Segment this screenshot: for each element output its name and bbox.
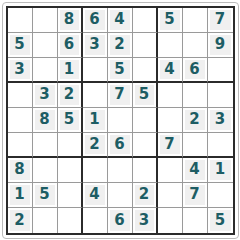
cell-r8c3[interactable] <box>58 183 83 208</box>
cell-r7c1[interactable]: 8 <box>8 158 33 183</box>
cell-r3c4[interactable] <box>83 58 108 83</box>
cell-r5c5[interactable] <box>108 108 133 133</box>
cell-r2c8[interactable] <box>183 33 208 58</box>
cell-r1c9[interactable]: 7 <box>208 8 233 33</box>
cell-r1c7[interactable]: 5 <box>158 8 183 33</box>
cell-r9c5[interactable]: 6 <box>108 208 133 233</box>
cell-r6c5[interactable]: 6 <box>108 133 133 158</box>
cell-r2c1[interactable]: 5 <box>8 33 33 58</box>
cell-r8c8[interactable]: 7 <box>183 183 208 208</box>
cell-r7c5[interactable] <box>108 158 133 183</box>
cell-r8c2[interactable]: 5 <box>33 183 58 208</box>
cell-r9c2[interactable] <box>33 208 58 233</box>
cell-r5c2[interactable]: 8 <box>33 108 58 133</box>
cell-r6c9[interactable] <box>208 133 233 158</box>
cell-r3c5[interactable]: 5 <box>108 58 133 83</box>
cell-r6c2[interactable] <box>33 133 58 158</box>
cell-r1c2[interactable] <box>33 8 58 33</box>
cell-r6c8[interactable] <box>183 133 208 158</box>
cell-r5c1[interactable] <box>8 108 33 133</box>
cell-r2c7[interactable] <box>158 33 183 58</box>
cell-r3c3[interactable]: 1 <box>58 58 83 83</box>
cell-r9c3[interactable] <box>58 208 83 233</box>
cell-r2c2[interactable] <box>33 33 58 58</box>
cell-r5c9[interactable]: 3 <box>208 108 233 133</box>
cell-r8c6[interactable]: 2 <box>133 183 158 208</box>
cell-r8c4[interactable]: 4 <box>83 183 108 208</box>
cell-r5c3[interactable]: 5 <box>58 108 83 133</box>
cell-r1c4[interactable]: 6 <box>83 8 108 33</box>
cell-r1c3[interactable]: 8 <box>58 8 83 33</box>
cell-r7c8[interactable]: 4 <box>183 158 208 183</box>
cell-r9c7[interactable] <box>158 208 183 233</box>
cell-r4c8[interactable] <box>183 83 208 108</box>
cell-r4c4[interactable] <box>83 83 108 108</box>
cell-r5c4[interactable]: 1 <box>83 108 108 133</box>
cell-r2c5[interactable]: 2 <box>108 33 133 58</box>
cell-r4c6[interactable]: 5 <box>133 83 158 108</box>
cell-r6c4[interactable]: 2 <box>83 133 108 158</box>
cell-r4c3[interactable]: 2 <box>58 83 83 108</box>
cell-r3c9[interactable] <box>208 58 233 83</box>
cell-r7c3[interactable] <box>58 158 83 183</box>
cell-r9c4[interactable] <box>83 208 108 233</box>
cell-r6c3[interactable] <box>58 133 83 158</box>
cell-r3c2[interactable] <box>33 58 58 83</box>
cell-r1c6[interactable] <box>133 8 158 33</box>
cell-r8c7[interactable] <box>158 183 183 208</box>
cell-r5c8[interactable]: 2 <box>183 108 208 133</box>
cell-r9c1[interactable]: 2 <box>8 208 33 233</box>
cell-r4c2[interactable]: 3 <box>33 83 58 108</box>
cell-r6c7[interactable]: 7 <box>158 133 183 158</box>
cell-r3c7[interactable]: 4 <box>158 58 183 83</box>
cell-r4c1[interactable] <box>8 83 33 108</box>
cell-r7c6[interactable] <box>133 158 158 183</box>
cell-r2c9[interactable]: 9 <box>208 33 233 58</box>
cell-r1c5[interactable]: 4 <box>108 8 133 33</box>
cell-r2c6[interactable] <box>133 33 158 58</box>
sudoku-board: 864575632931546327585123267841154272635 <box>6 6 235 235</box>
cell-r6c1[interactable] <box>8 133 33 158</box>
cell-r5c6[interactable] <box>133 108 158 133</box>
cell-r2c4[interactable]: 3 <box>83 33 108 58</box>
cell-r2c3[interactable]: 6 <box>58 33 83 58</box>
cell-r5c7[interactable] <box>158 108 183 133</box>
cell-r1c1[interactable] <box>8 8 33 33</box>
cell-r3c6[interactable] <box>133 58 158 83</box>
cell-r9c8[interactable] <box>183 208 208 233</box>
cell-r4c5[interactable]: 7 <box>108 83 133 108</box>
cell-r1c8[interactable] <box>183 8 208 33</box>
cell-r4c9[interactable] <box>208 83 233 108</box>
cell-r8c9[interactable] <box>208 183 233 208</box>
cell-r6c6[interactable] <box>133 133 158 158</box>
cell-r7c9[interactable]: 1 <box>208 158 233 183</box>
cell-r7c2[interactable] <box>33 158 58 183</box>
cell-r3c8[interactable]: 6 <box>183 58 208 83</box>
cell-r8c1[interactable]: 1 <box>8 183 33 208</box>
cell-r3c1[interactable]: 3 <box>8 58 33 83</box>
cell-r8c5[interactable] <box>108 183 133 208</box>
cell-r9c9[interactable]: 5 <box>208 208 233 233</box>
sudoku-card: 864575632931546327585123267841154272635 <box>2 2 239 239</box>
cell-r7c4[interactable] <box>83 158 108 183</box>
cell-r7c7[interactable] <box>158 158 183 183</box>
cell-r9c6[interactable]: 3 <box>133 208 158 233</box>
cell-r4c7[interactable] <box>158 83 183 108</box>
